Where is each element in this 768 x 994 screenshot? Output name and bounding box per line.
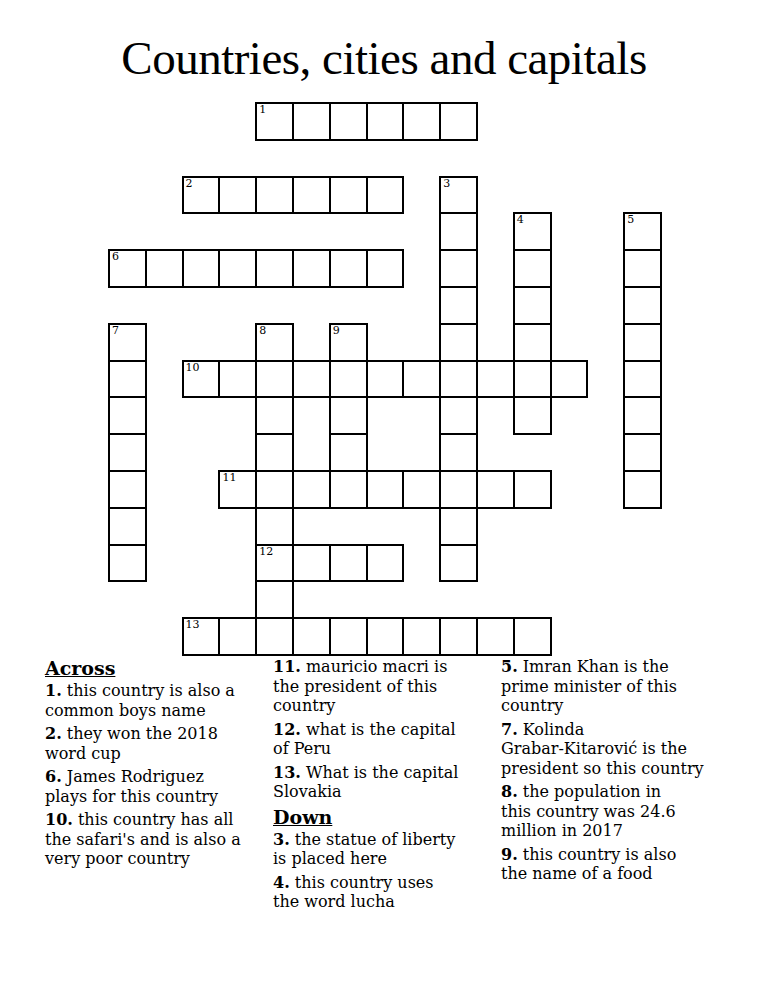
- clue-column: Across1. this country is also a common b…: [45, 657, 271, 873]
- crossword-cell[interactable]: [329, 617, 368, 656]
- crossword-cell[interactable]: [402, 470, 441, 509]
- crossword-cell[interactable]: [292, 176, 331, 215]
- crossword-cell[interactable]: [108, 396, 147, 435]
- cell-clue-number: 11: [222, 472, 236, 484]
- clue-column: 11. mauricio macri is the president of t…: [273, 657, 499, 916]
- crossword-cell[interactable]: [329, 360, 368, 399]
- cell-clue-number: 2: [186, 178, 193, 190]
- clue-item: 5. Imran Khan is the prime minister of t…: [501, 657, 727, 716]
- crossword-cell[interactable]: 13: [182, 617, 221, 656]
- crossword-cell[interactable]: [366, 470, 405, 509]
- clue-item: 7. Kolinda Grabar-Kitarović is the presi…: [501, 720, 727, 779]
- crossword-cell[interactable]: [255, 507, 294, 546]
- crossword-cell[interactable]: [513, 286, 552, 325]
- crossword-cell[interactable]: 2: [182, 176, 221, 215]
- crossword-cell[interactable]: [329, 544, 368, 583]
- crossword-cell[interactable]: [439, 544, 478, 583]
- crossword-cell[interactable]: 4: [513, 212, 552, 251]
- crossword-cell[interactable]: [255, 360, 294, 399]
- crossword-cell[interactable]: [623, 396, 662, 435]
- crossword-cell[interactable]: [108, 360, 147, 399]
- crossword-cell[interactable]: [439, 212, 478, 251]
- clue-item-number: 7.: [501, 720, 518, 739]
- clue-item-number: 11.: [273, 657, 301, 676]
- crossword-cell[interactable]: [439, 470, 478, 509]
- crossword-cell[interactable]: [366, 249, 405, 288]
- crossword-cell[interactable]: 9: [329, 323, 368, 362]
- crossword-cell[interactable]: 7: [108, 323, 147, 362]
- crossword-cell[interactable]: [329, 396, 368, 435]
- crossword-cell[interactable]: [513, 470, 552, 509]
- crossword-cell[interactable]: 10: [182, 360, 221, 399]
- crossword-cell[interactable]: [439, 396, 478, 435]
- clue-item: 8. the population in this country was 24…: [501, 782, 727, 841]
- crossword-cell[interactable]: 12: [255, 544, 294, 583]
- crossword-cell[interactable]: [255, 580, 294, 619]
- crossword-cell[interactable]: [513, 617, 552, 656]
- crossword-cell[interactable]: [218, 176, 257, 215]
- crossword-cell[interactable]: [292, 470, 331, 509]
- crossword-cell[interactable]: [329, 102, 368, 141]
- crossword-cell[interactable]: [218, 249, 257, 288]
- clue-item-number: 13.: [273, 763, 301, 782]
- cell-clue-number: 10: [186, 362, 200, 374]
- crossword-cell[interactable]: [439, 323, 478, 362]
- clue-item: 9. this country is also the name of a fo…: [501, 845, 727, 884]
- clue-item: 4. this country uses the word lucha: [273, 873, 499, 912]
- crossword-grid: 12345678910111213: [108, 102, 664, 658]
- cell-clue-number: 1: [259, 104, 266, 116]
- clue-item-number: 3.: [273, 830, 290, 849]
- crossword-cell[interactable]: [623, 323, 662, 362]
- crossword-cell[interactable]: [366, 102, 405, 141]
- clue-item-number: 4.: [273, 873, 290, 892]
- crossword-cell[interactable]: [329, 470, 368, 509]
- crossword-cell[interactable]: [255, 617, 294, 656]
- crossword-cell[interactable]: [255, 433, 294, 472]
- clue-item: 1. this country is also a common boys na…: [45, 681, 271, 720]
- crossword-cell[interactable]: [145, 249, 184, 288]
- crossword-cell[interactable]: [513, 396, 552, 435]
- crossword-cell[interactable]: [292, 617, 331, 656]
- clue-item: 12. what is the capital of Peru: [273, 720, 499, 759]
- crossword-cell[interactable]: [255, 396, 294, 435]
- crossword-cell[interactable]: [513, 323, 552, 362]
- crossword-cell[interactable]: [550, 360, 589, 399]
- crossword-cell[interactable]: [402, 102, 441, 141]
- crossword-cell[interactable]: [329, 433, 368, 472]
- crossword-cell[interactable]: [402, 360, 441, 399]
- cell-clue-number: 5: [627, 214, 634, 226]
- cell-clue-number: 8: [259, 325, 266, 337]
- crossword-cell[interactable]: 6: [108, 249, 147, 288]
- clue-item: 13. What is the capital Slovakia: [273, 763, 499, 802]
- crossword-cell[interactable]: [476, 617, 515, 656]
- crossword-cell[interactable]: [402, 617, 441, 656]
- clue-item-number: 9.: [501, 845, 518, 864]
- crossword-cell[interactable]: [439, 433, 478, 472]
- page-title: Countries, cities and capitals: [0, 31, 768, 85]
- crossword-cell[interactable]: [255, 176, 294, 215]
- crossword-cell[interactable]: [476, 470, 515, 509]
- crossword-cell[interactable]: [439, 360, 478, 399]
- clue-section-header: Across: [45, 657, 271, 679]
- crossword-cell[interactable]: [108, 544, 147, 583]
- crossword-cell[interactable]: [108, 470, 147, 509]
- crossword-cell[interactable]: [255, 470, 294, 509]
- crossword-cell[interactable]: [329, 176, 368, 215]
- crossword-cell[interactable]: [292, 102, 331, 141]
- cell-clue-number: 9: [333, 325, 340, 337]
- clue-item-number: 2.: [45, 724, 62, 743]
- crossword-cell[interactable]: [366, 617, 405, 656]
- clue-item: 11. mauricio macri is the president of t…: [273, 657, 499, 716]
- crossword-cell[interactable]: 1: [255, 102, 294, 141]
- crossword-cell[interactable]: [108, 507, 147, 546]
- cell-clue-number: 4: [517, 214, 524, 226]
- clue-column: 5. Imran Khan is the prime minister of t…: [501, 657, 727, 888]
- clue-item-number: 5.: [501, 657, 518, 676]
- crossword-cell[interactable]: [366, 544, 405, 583]
- crossword-cell[interactable]: [439, 102, 478, 141]
- cell-clue-number: 13: [186, 619, 200, 631]
- crossword-cell[interactable]: [623, 286, 662, 325]
- crossword-cell[interactable]: [623, 470, 662, 509]
- crossword-cell[interactable]: [218, 360, 257, 399]
- clue-item-number: 12.: [273, 720, 301, 739]
- clue-item-number: 6.: [45, 767, 62, 786]
- clue-item: 3. the statue of liberty is placed here: [273, 830, 499, 869]
- cell-clue-number: 6: [112, 251, 119, 263]
- crossword-cell[interactable]: [182, 249, 221, 288]
- clue-item: 2. they won the 2018 word cup: [45, 724, 271, 763]
- crossword-cell[interactable]: [476, 360, 515, 399]
- clue-item: 6. James Rodriguez plays for this countr…: [45, 767, 271, 806]
- cell-clue-number: 3: [443, 178, 450, 190]
- crossword-cell[interactable]: [218, 617, 257, 656]
- clue-item-number: 8.: [501, 782, 518, 801]
- crossword-cell[interactable]: [623, 249, 662, 288]
- clue-item-number: 1.: [45, 681, 62, 700]
- crossword-cell[interactable]: [366, 176, 405, 215]
- crossword-cell[interactable]: [439, 249, 478, 288]
- crossword-cell[interactable]: [255, 249, 294, 288]
- crossword-cell[interactable]: [292, 360, 331, 399]
- crossword-cell[interactable]: [439, 286, 478, 325]
- crossword-cell[interactable]: [292, 249, 331, 288]
- crossword-cell[interactable]: 3: [439, 176, 478, 215]
- crossword-cell[interactable]: [513, 360, 552, 399]
- clue-section-header: Down: [273, 806, 499, 828]
- crossword-cell[interactable]: [439, 617, 478, 656]
- crossword-cell[interactable]: 8: [255, 323, 294, 362]
- crossword-cell[interactable]: [292, 544, 331, 583]
- clue-item: 10. this country has all the safari's an…: [45, 810, 271, 869]
- cell-clue-number: 12: [259, 546, 273, 558]
- crossword-cell[interactable]: [623, 433, 662, 472]
- crossword-cell[interactable]: [513, 249, 552, 288]
- crossword-cell[interactable]: [623, 360, 662, 399]
- cell-clue-number: 7: [112, 325, 119, 337]
- crossword-cell[interactable]: [439, 507, 478, 546]
- crossword-cell[interactable]: 11: [218, 470, 257, 509]
- crossword-cell[interactable]: [366, 360, 405, 399]
- crossword-cell[interactable]: [108, 433, 147, 472]
- crossword-cell[interactable]: 5: [623, 212, 662, 251]
- crossword-cell[interactable]: [329, 249, 368, 288]
- clue-item-number: 10.: [45, 810, 73, 829]
